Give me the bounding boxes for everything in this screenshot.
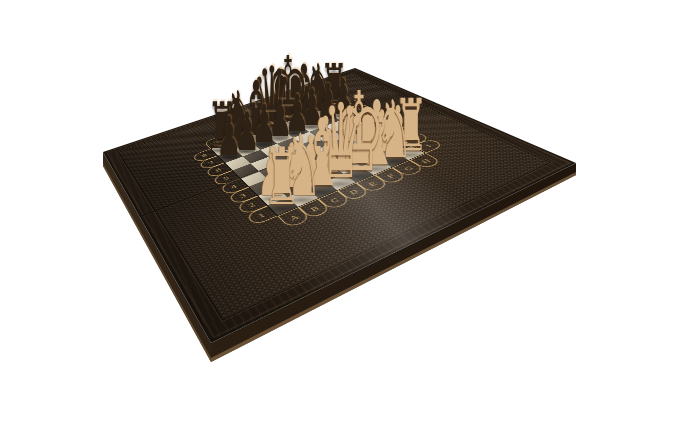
pieces-layer: ♜♟♞♝♟♚♟♛♟♝♟♞♟♟♜♟♟♜♟♟♞♟♝♟♚♟♛♟♝♟♞♜ xyxy=(0,0,680,425)
piece-black-pawn-a7[interactable]: ♟ xyxy=(217,110,242,164)
piece-white-rook-a1[interactable]: ♜ xyxy=(264,138,301,217)
chess-set-photo: ABCDEFGH ABCDEFGH 87654321 87654321 ♜♟♞♝… xyxy=(0,0,680,425)
